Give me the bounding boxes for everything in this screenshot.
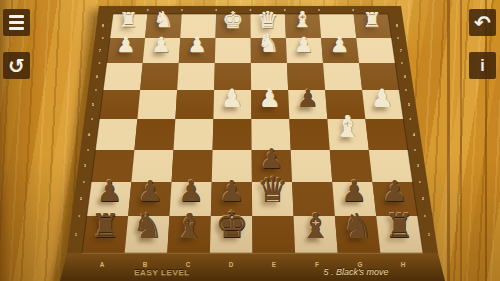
black-pawn-a2[interactable]: ♟ bbox=[96, 177, 122, 206]
file-label-A: A bbox=[100, 261, 105, 268]
frame-dot bbox=[419, 181, 421, 183]
black-pawn-e3[interactable]: ♟ bbox=[259, 145, 283, 172]
white-pawn-g7[interactable]: ♟ bbox=[331, 35, 350, 56]
frame-dot bbox=[414, 149, 416, 151]
white-bishop-f8[interactable]: ♝ bbox=[293, 9, 313, 31]
rank-label-left-5: 5 bbox=[92, 102, 94, 107]
black-rook-a1[interactable]: ♜ bbox=[91, 210, 120, 243]
white-pawn-d5[interactable]: ♟ bbox=[222, 86, 244, 110]
rank-label-left-4: 4 bbox=[88, 132, 90, 137]
black-pawn-c2[interactable]: ♟ bbox=[178, 177, 204, 206]
black-queen-e2[interactable]: ♛ bbox=[257, 173, 288, 208]
white-pawn-a7[interactable]: ♟ bbox=[117, 35, 136, 56]
frame-dot bbox=[91, 118, 93, 120]
file-label-D: D bbox=[229, 261, 234, 268]
white-king-d8[interactable]: ♚ bbox=[223, 8, 244, 31]
rank-label-left-1: 1 bbox=[75, 232, 77, 237]
rank-label-left-7: 7 bbox=[99, 48, 101, 53]
frame-dot bbox=[99, 62, 101, 64]
frame-dot bbox=[147, 9, 149, 11]
white-knight-b8[interactable]: ♞ bbox=[154, 9, 174, 31]
frame-dot bbox=[102, 37, 104, 39]
rank-label-left-3: 3 bbox=[84, 164, 86, 169]
front-edge-highlight bbox=[82, 253, 423, 254]
rank-label-right-2: 2 bbox=[422, 197, 424, 202]
frame-dot bbox=[397, 37, 399, 39]
white-pawn-b7[interactable]: ♟ bbox=[152, 35, 171, 56]
rank-label-left-2: 2 bbox=[79, 197, 81, 202]
black-rook-h1[interactable]: ♜ bbox=[385, 210, 414, 243]
frame-dot bbox=[250, 9, 252, 11]
hamburger-icon bbox=[9, 15, 24, 30]
rank-label-left-6: 6 bbox=[96, 74, 98, 79]
white-rook-a8[interactable]: ♜ bbox=[119, 10, 138, 31]
frame-dot bbox=[83, 181, 85, 183]
rank-label-right-8: 8 bbox=[396, 24, 398, 29]
white-pawn-e5[interactable]: ♟ bbox=[259, 86, 281, 110]
undo-button[interactable]: ↶ bbox=[469, 9, 496, 36]
white-knight-e7[interactable]: ♞ bbox=[258, 32, 279, 56]
file-label-H: H bbox=[401, 261, 406, 268]
black-knight-g1[interactable]: ♞ bbox=[342, 208, 373, 243]
frame-dot bbox=[215, 9, 217, 11]
white-queen-e8[interactable]: ♛ bbox=[258, 8, 279, 31]
frame-dot bbox=[181, 9, 183, 11]
difficulty-label: EASY LEVEL bbox=[134, 268, 190, 277]
frame-dot bbox=[284, 9, 286, 11]
black-pawn-g2[interactable]: ♟ bbox=[341, 177, 367, 206]
white-pawn-c7[interactable]: ♟ bbox=[188, 35, 207, 56]
file-label-E: E bbox=[272, 261, 276, 268]
frame-dot bbox=[87, 149, 89, 151]
restart-button[interactable]: ↺ bbox=[3, 52, 30, 79]
black-bishop-c1[interactable]: ♝ bbox=[174, 208, 205, 243]
restart-icon: ↺ bbox=[8, 54, 25, 78]
move-status-label: 5 . Black's move bbox=[323, 267, 388, 277]
frame-dot bbox=[401, 62, 403, 64]
black-pawn-h2[interactable]: ♟ bbox=[382, 177, 408, 206]
frame-dot bbox=[79, 215, 81, 217]
frame-dot bbox=[410, 118, 412, 120]
rank-label-right-7: 7 bbox=[400, 48, 402, 53]
white-bishop-g4[interactable]: ♝ bbox=[335, 112, 361, 141]
info-icon: i bbox=[480, 57, 484, 75]
white-rook-h8[interactable]: ♜ bbox=[363, 10, 382, 31]
black-king-d1[interactable]: ♚ bbox=[215, 207, 248, 244]
file-label-F: F bbox=[315, 261, 319, 268]
frame-dot bbox=[424, 215, 426, 217]
chess-board[interactable] bbox=[0, 0, 500, 281]
rank-label-right-1: 1 bbox=[427, 232, 429, 237]
black-pawn-d2[interactable]: ♟ bbox=[219, 177, 245, 206]
black-knight-b1[interactable]: ♞ bbox=[132, 208, 163, 243]
white-pawn-f7[interactable]: ♟ bbox=[295, 35, 314, 56]
white-pawn-h5[interactable]: ♟ bbox=[372, 86, 394, 110]
frame-dot bbox=[352, 9, 354, 11]
rank-label-right-4: 4 bbox=[412, 132, 414, 137]
black-pawn-f5[interactable]: ♟ bbox=[297, 86, 319, 110]
undo-arrow-icon: ↶ bbox=[474, 11, 491, 35]
frame-dot bbox=[405, 89, 407, 91]
black-bishop-f1[interactable]: ♝ bbox=[300, 208, 331, 243]
menu-button[interactable] bbox=[3, 9, 30, 36]
frame-dot bbox=[318, 9, 320, 11]
rank-label-right-5: 5 bbox=[408, 102, 410, 107]
black-pawn-b2[interactable]: ♟ bbox=[137, 177, 163, 206]
frame-dot bbox=[95, 89, 97, 91]
info-button[interactable]: i bbox=[469, 52, 496, 79]
rank-label-right-6: 6 bbox=[404, 74, 406, 79]
chess-game-screen: ♜♞♚♛♝♜♟♟♟♞♟♟♟♟♟♟♝♟♟♟♟♟♛♟♟♜♞♝♚♝♞♜ ABCDEFG… bbox=[0, 0, 500, 281]
